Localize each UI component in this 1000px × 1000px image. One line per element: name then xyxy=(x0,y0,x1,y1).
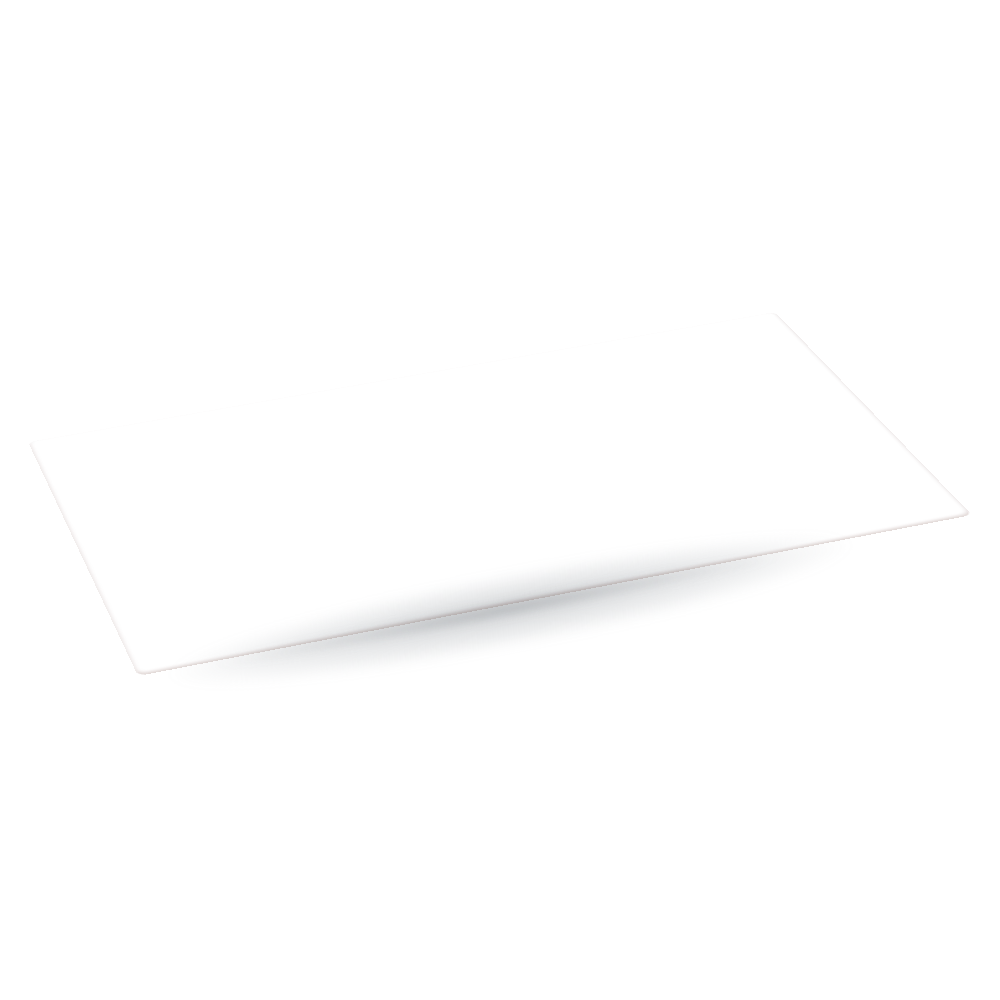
photo-background xyxy=(0,0,1000,1000)
